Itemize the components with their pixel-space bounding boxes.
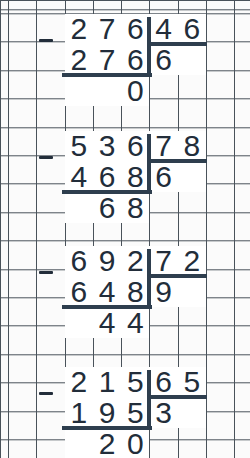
dividend-digit: 6 [121,130,149,161]
division-problem-3: 69272648944 [0,245,250,338]
division-problem-1: 2764627660 [0,13,250,106]
dividend-digit: 7 [93,13,121,44]
subtracted-product-digit: 5 [121,397,149,428]
subtracted-product-digit: 6 [65,276,93,307]
minus-icon [39,39,53,42]
divisor-digit: 5 [178,366,206,397]
subtracted-product-digit: 7 [93,44,121,75]
subtracted-product-digit: 4 [65,161,93,192]
subtracted-product-digit: 4 [93,276,121,307]
subtracted-product-digit: 9 [93,397,121,428]
minus-icon [39,271,53,274]
dividend-digit: 2 [121,245,149,276]
dividend-digit: 2 [65,13,93,44]
divisor-digit: 6 [150,366,178,397]
quotient-digit: 6 [150,161,178,192]
division-problem-4: 21565195320 [0,366,250,458]
division-problem-2: 53678468668 [0,130,250,223]
remainder-digit: 0 [121,428,149,458]
subtracted-product-digit: 8 [121,276,149,307]
dividend-digit: 5 [65,130,93,161]
remainder-digit: 6 [93,192,121,223]
divisor-digit: 6 [178,13,206,44]
minus-icon [39,392,53,395]
remainder-digit: 0 [121,75,149,106]
dividend-digit: 6 [121,13,149,44]
divisor-digit: 8 [178,130,206,161]
subtracted-product-digit: 2 [65,44,93,75]
dividend-digit: 1 [93,366,121,397]
quotient-digit: 6 [150,44,178,75]
remainder-digit: 2 [93,428,121,458]
dividend-digit: 5 [121,366,149,397]
dividend-digit: 6 [65,245,93,276]
divisor-digit: 7 [150,245,178,276]
dividend-digit: 2 [65,366,93,397]
quotient-digit: 3 [150,397,178,428]
subtracted-product-digit: 1 [65,397,93,428]
remainder-digit: 4 [121,307,149,338]
minus-icon [39,156,53,159]
dividend-digit: 9 [93,245,121,276]
remainder-digit: 4 [93,307,121,338]
subtracted-product-digit: 6 [93,161,121,192]
divisor-digit: 2 [178,245,206,276]
remainder-digit: 8 [121,192,149,223]
quotient-digit: 9 [150,276,178,307]
subtracted-product-digit: 6 [121,44,149,75]
divisor-digit: 4 [150,13,178,44]
squared-paper-worksheet: 2764627660536784686686927264894421565195… [0,0,250,458]
subtracted-product-digit: 8 [121,161,149,192]
divisor-digit: 7 [150,130,178,161]
dividend-digit: 3 [93,130,121,161]
